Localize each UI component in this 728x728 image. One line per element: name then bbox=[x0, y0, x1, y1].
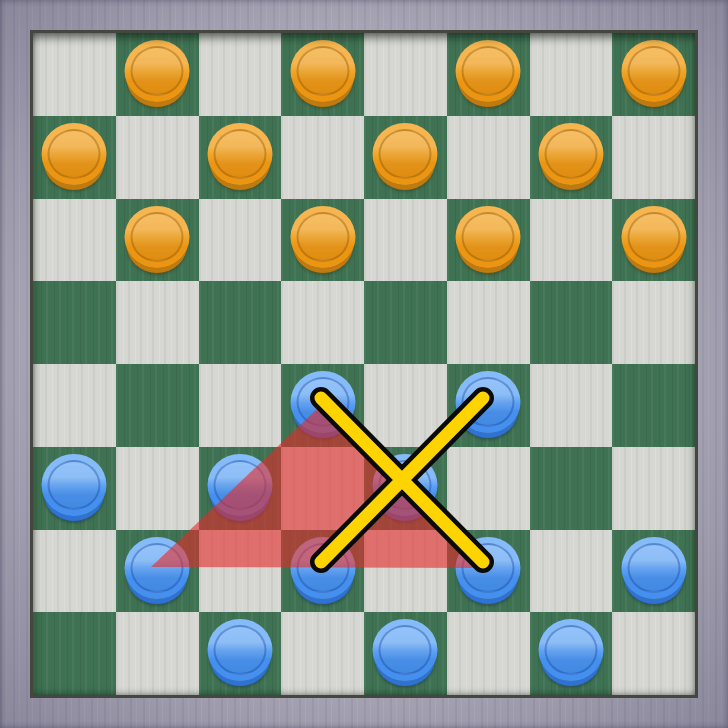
board-square[interactable] bbox=[199, 612, 282, 695]
orange-piece[interactable] bbox=[621, 206, 686, 268]
board-square[interactable] bbox=[199, 199, 282, 282]
board-square[interactable] bbox=[33, 199, 116, 282]
board-square[interactable] bbox=[116, 199, 199, 282]
orange-piece[interactable] bbox=[621, 40, 686, 102]
board-square[interactable] bbox=[530, 447, 613, 530]
board-square[interactable] bbox=[447, 612, 530, 695]
board-square[interactable] bbox=[281, 199, 364, 282]
board-square[interactable] bbox=[612, 364, 695, 447]
board-square[interactable] bbox=[281, 447, 364, 530]
board-square[interactable] bbox=[612, 33, 695, 116]
blue-piece[interactable] bbox=[290, 537, 355, 599]
board-square[interactable] bbox=[530, 281, 613, 364]
board-square[interactable] bbox=[612, 612, 695, 695]
board-square[interactable] bbox=[33, 364, 116, 447]
board-square[interactable] bbox=[281, 364, 364, 447]
board-square[interactable] bbox=[530, 530, 613, 613]
board-square[interactable] bbox=[530, 33, 613, 116]
board-square[interactable] bbox=[281, 33, 364, 116]
board-square[interactable] bbox=[612, 447, 695, 530]
board-square[interactable] bbox=[281, 281, 364, 364]
board-square[interactable] bbox=[116, 364, 199, 447]
board-square[interactable] bbox=[33, 33, 116, 116]
board-square[interactable] bbox=[364, 530, 447, 613]
board-square[interactable] bbox=[612, 116, 695, 199]
checkers-board bbox=[30, 30, 698, 698]
board-square[interactable] bbox=[364, 116, 447, 199]
orange-piece[interactable] bbox=[456, 40, 521, 102]
orange-piece[interactable] bbox=[290, 206, 355, 268]
blue-piece[interactable] bbox=[290, 371, 355, 433]
blue-piece[interactable] bbox=[538, 619, 603, 681]
board-square[interactable] bbox=[199, 364, 282, 447]
board-square[interactable] bbox=[281, 612, 364, 695]
board-square[interactable] bbox=[364, 364, 447, 447]
board-square[interactable] bbox=[530, 199, 613, 282]
board-square[interactable] bbox=[281, 116, 364, 199]
board-square[interactable] bbox=[447, 530, 530, 613]
board-square[interactable] bbox=[33, 530, 116, 613]
orange-piece[interactable] bbox=[290, 40, 355, 102]
board-square[interactable] bbox=[116, 116, 199, 199]
board-square[interactable] bbox=[281, 530, 364, 613]
board-square[interactable] bbox=[447, 364, 530, 447]
board-square[interactable] bbox=[530, 116, 613, 199]
blue-piece[interactable] bbox=[125, 537, 190, 599]
blue-piece[interactable] bbox=[373, 454, 438, 516]
board-square[interactable] bbox=[364, 612, 447, 695]
board-square[interactable] bbox=[447, 33, 530, 116]
blue-piece[interactable] bbox=[456, 371, 521, 433]
board-square[interactable] bbox=[612, 281, 695, 364]
orange-piece[interactable] bbox=[373, 123, 438, 185]
board-square[interactable] bbox=[116, 530, 199, 613]
blue-piece[interactable] bbox=[621, 537, 686, 599]
blue-piece[interactable] bbox=[42, 454, 107, 516]
board-square[interactable] bbox=[364, 447, 447, 530]
orange-piece[interactable] bbox=[207, 123, 272, 185]
board-square[interactable] bbox=[364, 33, 447, 116]
board-square[interactable] bbox=[612, 530, 695, 613]
board-square[interactable] bbox=[116, 447, 199, 530]
board-square[interactable] bbox=[199, 447, 282, 530]
board-square[interactable] bbox=[33, 116, 116, 199]
board-square[interactable] bbox=[33, 447, 116, 530]
board-square[interactable] bbox=[530, 364, 613, 447]
board-square[interactable] bbox=[364, 199, 447, 282]
board-square[interactable] bbox=[116, 281, 199, 364]
board-square[interactable] bbox=[116, 33, 199, 116]
board-square[interactable] bbox=[116, 612, 199, 695]
board-square[interactable] bbox=[199, 33, 282, 116]
blue-piece[interactable] bbox=[207, 619, 272, 681]
blue-piece[interactable] bbox=[207, 454, 272, 516]
board-square[interactable] bbox=[33, 281, 116, 364]
board-square[interactable] bbox=[612, 199, 695, 282]
blue-piece[interactable] bbox=[456, 537, 521, 599]
orange-piece[interactable] bbox=[42, 123, 107, 185]
orange-piece[interactable] bbox=[125, 206, 190, 268]
board-square[interactable] bbox=[33, 612, 116, 695]
board-square[interactable] bbox=[364, 281, 447, 364]
orange-piece[interactable] bbox=[538, 123, 603, 185]
blue-piece[interactable] bbox=[373, 619, 438, 681]
orange-piece[interactable] bbox=[456, 206, 521, 268]
board-square[interactable] bbox=[199, 530, 282, 613]
board-square[interactable] bbox=[199, 281, 282, 364]
board-square[interactable] bbox=[447, 447, 530, 530]
orange-piece[interactable] bbox=[125, 40, 190, 102]
board-square[interactable] bbox=[447, 199, 530, 282]
board-square[interactable] bbox=[530, 612, 613, 695]
board-square[interactable] bbox=[447, 281, 530, 364]
board-square[interactable] bbox=[447, 116, 530, 199]
board-square[interactable] bbox=[199, 116, 282, 199]
